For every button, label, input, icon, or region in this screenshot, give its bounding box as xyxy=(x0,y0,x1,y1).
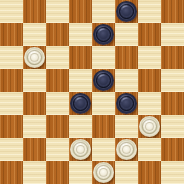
square-c8 xyxy=(46,0,69,23)
square-c2 xyxy=(46,138,69,161)
square-c3[interactable] xyxy=(46,115,69,138)
square-e1[interactable] xyxy=(92,161,115,184)
square-h3 xyxy=(161,115,184,138)
square-a2 xyxy=(0,138,23,161)
black-man-d4[interactable] xyxy=(70,93,91,114)
white-man-e1[interactable] xyxy=(93,162,114,183)
square-f6[interactable] xyxy=(115,46,138,69)
square-b3 xyxy=(23,115,46,138)
square-g3[interactable] xyxy=(138,115,161,138)
square-a7[interactable] xyxy=(0,23,23,46)
square-g4 xyxy=(138,92,161,115)
square-e6 xyxy=(92,46,115,69)
square-f2[interactable] xyxy=(115,138,138,161)
square-f5 xyxy=(115,69,138,92)
square-f4[interactable] xyxy=(115,92,138,115)
square-d4[interactable] xyxy=(69,92,92,115)
square-b4[interactable] xyxy=(23,92,46,115)
square-d5 xyxy=(69,69,92,92)
square-d7 xyxy=(69,23,92,46)
square-c7[interactable] xyxy=(46,23,69,46)
square-g7[interactable] xyxy=(138,23,161,46)
square-a1[interactable] xyxy=(0,161,23,184)
square-h8[interactable] xyxy=(161,0,184,23)
square-b5 xyxy=(23,69,46,92)
square-a5[interactable] xyxy=(0,69,23,92)
square-h5 xyxy=(161,69,184,92)
square-f8[interactable] xyxy=(115,0,138,23)
square-e4 xyxy=(92,92,115,115)
square-h1 xyxy=(161,161,184,184)
square-e2 xyxy=(92,138,115,161)
square-e7[interactable] xyxy=(92,23,115,46)
square-a3[interactable] xyxy=(0,115,23,138)
square-a4 xyxy=(0,92,23,115)
white-man-b6[interactable] xyxy=(24,47,45,68)
square-g6 xyxy=(138,46,161,69)
square-h7 xyxy=(161,23,184,46)
square-b2[interactable] xyxy=(23,138,46,161)
square-b6[interactable] xyxy=(23,46,46,69)
white-man-g3[interactable] xyxy=(139,116,160,137)
square-c1[interactable] xyxy=(46,161,69,184)
square-h4[interactable] xyxy=(161,92,184,115)
square-g8 xyxy=(138,0,161,23)
square-f3 xyxy=(115,115,138,138)
square-g5[interactable] xyxy=(138,69,161,92)
square-d2[interactable] xyxy=(69,138,92,161)
square-b1 xyxy=(23,161,46,184)
square-c6 xyxy=(46,46,69,69)
square-f1 xyxy=(115,161,138,184)
square-b7 xyxy=(23,23,46,46)
checkers-board xyxy=(0,0,184,184)
square-h2[interactable] xyxy=(161,138,184,161)
square-d3 xyxy=(69,115,92,138)
white-man-d2[interactable] xyxy=(70,139,91,160)
square-a8 xyxy=(0,0,23,23)
black-man-e5[interactable] xyxy=(93,70,114,91)
square-f7 xyxy=(115,23,138,46)
black-man-e7[interactable] xyxy=(93,24,114,45)
square-e5[interactable] xyxy=(92,69,115,92)
square-a6 xyxy=(0,46,23,69)
square-e8 xyxy=(92,0,115,23)
square-g1[interactable] xyxy=(138,161,161,184)
square-e3[interactable] xyxy=(92,115,115,138)
square-d6[interactable] xyxy=(69,46,92,69)
black-man-f8[interactable] xyxy=(116,1,137,22)
square-g2 xyxy=(138,138,161,161)
square-d1 xyxy=(69,161,92,184)
square-h6[interactable] xyxy=(161,46,184,69)
square-c4 xyxy=(46,92,69,115)
square-b8[interactable] xyxy=(23,0,46,23)
square-c5[interactable] xyxy=(46,69,69,92)
black-man-f4[interactable] xyxy=(116,93,137,114)
square-d8[interactable] xyxy=(69,0,92,23)
white-man-f2[interactable] xyxy=(116,139,137,160)
